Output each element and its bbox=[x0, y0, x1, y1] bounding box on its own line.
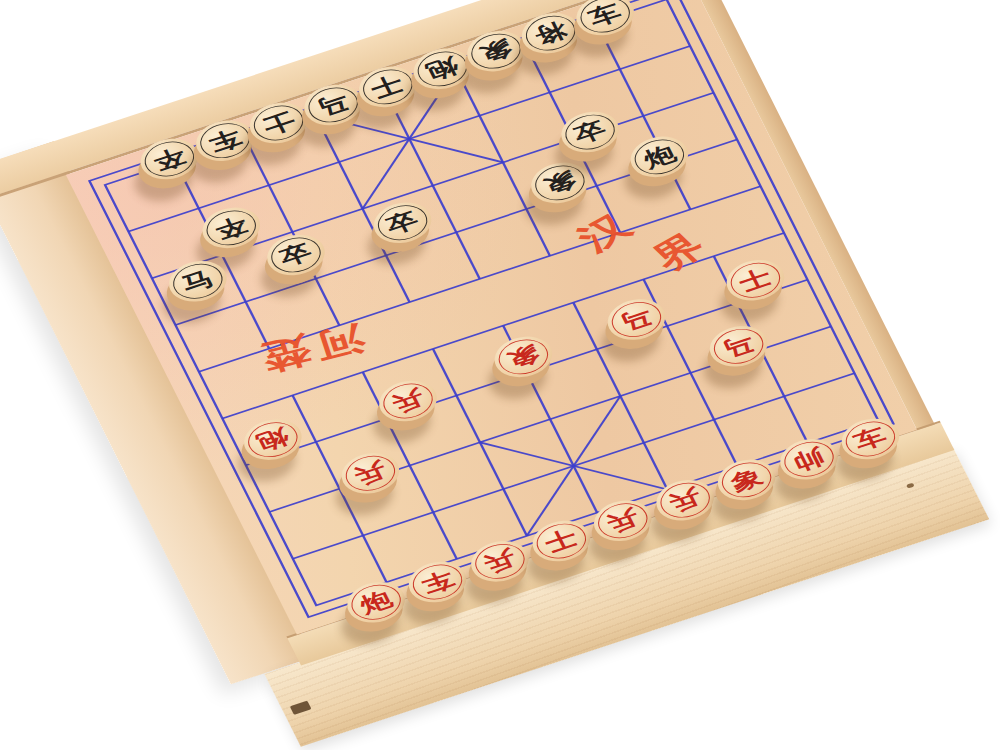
piece-glyph: 车 bbox=[205, 126, 244, 155]
piece-glyph: 卒 bbox=[571, 117, 610, 146]
piece-glyph: 马 bbox=[617, 305, 656, 334]
piece-glyph: 卒 bbox=[276, 241, 315, 270]
piece-glyph: 士 bbox=[368, 73, 407, 102]
piece-glyph: 炮 bbox=[640, 142, 679, 171]
piece-glyph: 象 bbox=[727, 465, 766, 494]
piece-glyph: 兵 bbox=[388, 386, 427, 415]
piece-glyph: 兵 bbox=[480, 547, 519, 576]
piece-glyph: 帅 bbox=[789, 445, 828, 474]
wood-knot bbox=[906, 483, 915, 489]
piece-glyph: 马 bbox=[314, 90, 353, 119]
piece-glyph: 兵 bbox=[604, 506, 643, 535]
wooden-box: 楚河汉界卒车士马士炮象将车卒卒马卒象卒炮炮车兵士兵兵象帅车炮兵兵象马马士 bbox=[66, 0, 917, 634]
piece-glyph: 士 bbox=[736, 266, 775, 295]
piece-glyph: 卒 bbox=[383, 208, 422, 237]
piece-glyph: 将 bbox=[532, 19, 571, 48]
piece-glyph: 车 bbox=[586, 1, 625, 30]
piece-glyph: 象 bbox=[540, 168, 579, 197]
piece-glyph: 兵 bbox=[665, 485, 704, 514]
piece-glyph: 炮 bbox=[356, 587, 395, 616]
piece-glyph: 车 bbox=[418, 567, 457, 596]
piece-glyph: 兵 bbox=[351, 459, 390, 488]
piece-glyph: 卒 bbox=[212, 213, 251, 242]
xiangqi-box-photo: 楚河汉界卒车士马士炮象将车卒卒马卒象卒炮炮车兵士兵兵象帅车炮兵兵象马马士 bbox=[0, 0, 1000, 750]
piece-glyph: 卒 bbox=[150, 144, 189, 173]
piece-glyph: 士 bbox=[259, 109, 298, 138]
piece-glyph: 象 bbox=[477, 37, 516, 66]
piece-glyph: 马 bbox=[178, 267, 217, 296]
piece-glyph: 象 bbox=[504, 343, 543, 372]
drawer-notch bbox=[290, 701, 312, 715]
piece-glyph: 马 bbox=[719, 331, 758, 360]
piece-glyph: 炮 bbox=[423, 55, 462, 84]
piece-glyph: 士 bbox=[542, 526, 581, 555]
piece-glyph: 车 bbox=[851, 424, 890, 453]
piece-glyph: 炮 bbox=[253, 425, 292, 454]
